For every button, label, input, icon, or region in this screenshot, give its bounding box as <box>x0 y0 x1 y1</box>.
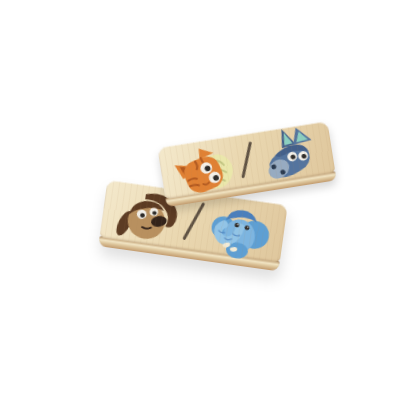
domino-tile-cat-donkey <box>157 120 336 206</box>
donkey-icon <box>253 123 327 195</box>
product-photo-scene <box>0 0 416 416</box>
cat-icon <box>168 137 242 209</box>
elephant-icon <box>199 195 277 270</box>
tile-face <box>157 120 335 198</box>
tile-half-left <box>157 134 252 212</box>
tile-half-right <box>242 120 337 198</box>
